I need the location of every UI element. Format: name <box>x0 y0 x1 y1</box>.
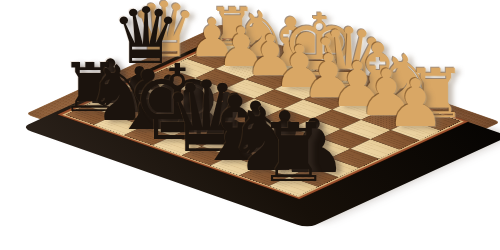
pieces-layer: ♜♞♝♛♚♝♞♜♟♟♟♟♟♟♟♟♟♟♟♟♟♟♟♟♜♞♝♛♚♝♞♜♛♛ <box>0 0 500 250</box>
chess-set-product-photo: ♜♞♝♛♚♝♞♜♟♟♟♟♟♟♟♟♟♟♟♟♟♟♟♟♜♞♝♛♚♝♞♜♛♛ <box>0 0 500 250</box>
piece-black-r-a8: ♜ <box>257 114 329 195</box>
piece-white-p-a2: ♟ <box>386 71 445 137</box>
